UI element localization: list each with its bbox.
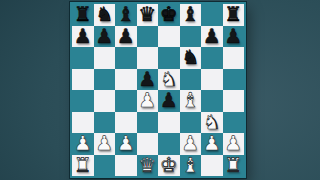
white-pawn[interactable]: ♟: [181, 133, 199, 155]
square-d4[interactable]: ♟: [137, 90, 159, 112]
black-knight[interactable]: ♞: [181, 47, 199, 69]
square-d1[interactable]: ♛: [137, 155, 159, 177]
page-background: ♜♞♝♛♚♝♜♟♟♟♟♟♞♟♞♟♟♝♞♟♟♟♟♟♟♜♛♚♝♜: [0, 0, 320, 180]
white-knight[interactable]: ♞: [160, 68, 178, 90]
black-queen[interactable]: ♛: [138, 4, 156, 26]
black-bishop[interactable]: ♝: [181, 4, 199, 26]
square-f8[interactable]: ♝: [180, 4, 202, 26]
white-bishop[interactable]: ♝: [181, 90, 199, 112]
black-king[interactable]: ♚: [160, 4, 178, 26]
square-b6[interactable]: [94, 47, 116, 69]
square-h5[interactable]: [223, 69, 245, 91]
square-h6[interactable]: [223, 47, 245, 69]
square-b7[interactable]: ♟: [94, 26, 116, 48]
square-e1[interactable]: ♚: [158, 155, 180, 177]
square-g7[interactable]: ♟: [201, 26, 223, 48]
square-e8[interactable]: ♚: [158, 4, 180, 26]
square-c4[interactable]: [115, 90, 137, 112]
square-e3[interactable]: [158, 112, 180, 134]
white-pawn[interactable]: ♟: [74, 133, 92, 155]
white-bishop[interactable]: ♝: [181, 154, 199, 176]
white-rook[interactable]: ♜: [224, 154, 242, 176]
chess-board: ♜♞♝♛♚♝♜♟♟♟♟♟♞♟♞♟♟♝♞♟♟♟♟♟♟♜♛♚♝♜: [70, 2, 246, 178]
white-pawn[interactable]: ♟: [203, 133, 221, 155]
square-c2[interactable]: ♟: [115, 133, 137, 155]
white-pawn[interactable]: ♟: [138, 90, 156, 112]
square-c6[interactable]: [115, 47, 137, 69]
white-queen[interactable]: ♛: [138, 154, 156, 176]
square-f6[interactable]: ♞: [180, 47, 202, 69]
black-pawn[interactable]: ♟: [138, 68, 156, 90]
black-rook[interactable]: ♜: [224, 4, 242, 26]
square-f4[interactable]: ♝: [180, 90, 202, 112]
white-pawn[interactable]: ♟: [224, 133, 242, 155]
square-d3[interactable]: [137, 112, 159, 134]
square-e4[interactable]: ♟: [158, 90, 180, 112]
square-b5[interactable]: [94, 69, 116, 91]
square-c1[interactable]: [115, 155, 137, 177]
square-g5[interactable]: [201, 69, 223, 91]
black-pawn[interactable]: ♟: [160, 90, 178, 112]
square-a4[interactable]: [72, 90, 94, 112]
square-g6[interactable]: [201, 47, 223, 69]
square-a7[interactable]: ♟: [72, 26, 94, 48]
square-b4[interactable]: [94, 90, 116, 112]
square-g1[interactable]: [201, 155, 223, 177]
black-pawn[interactable]: ♟: [224, 25, 242, 47]
black-knight[interactable]: ♞: [95, 4, 113, 26]
white-pawn[interactable]: ♟: [95, 133, 113, 155]
black-rook[interactable]: ♜: [74, 4, 92, 26]
square-c7[interactable]: ♟: [115, 26, 137, 48]
square-c5[interactable]: [115, 69, 137, 91]
square-g2[interactable]: ♟: [201, 133, 223, 155]
white-pawn[interactable]: ♟: [117, 133, 135, 155]
square-f1[interactable]: ♝: [180, 155, 202, 177]
square-d7[interactable]: [137, 26, 159, 48]
black-pawn[interactable]: ♟: [203, 25, 221, 47]
square-h7[interactable]: ♟: [223, 26, 245, 48]
white-knight[interactable]: ♞: [203, 111, 221, 133]
square-h4[interactable]: [223, 90, 245, 112]
square-a1[interactable]: ♜: [72, 155, 94, 177]
black-pawn[interactable]: ♟: [74, 25, 92, 47]
square-h1[interactable]: ♜: [223, 155, 245, 177]
black-pawn[interactable]: ♟: [95, 25, 113, 47]
square-b2[interactable]: ♟: [94, 133, 116, 155]
square-d8[interactable]: ♛: [137, 4, 159, 26]
black-bishop[interactable]: ♝: [117, 4, 135, 26]
square-b1[interactable]: [94, 155, 116, 177]
square-a5[interactable]: [72, 69, 94, 91]
square-a6[interactable]: [72, 47, 94, 69]
white-rook[interactable]: ♜: [74, 154, 92, 176]
black-pawn[interactable]: ♟: [117, 25, 135, 47]
white-king[interactable]: ♚: [160, 154, 178, 176]
square-e7[interactable]: [158, 26, 180, 48]
